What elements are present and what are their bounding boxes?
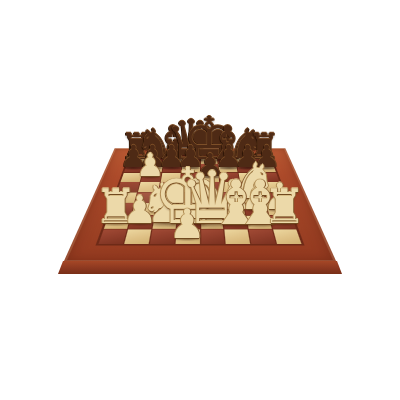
board-front-edge (0, 261, 400, 277)
product-photo-scene: ♜♞♝♛♚♝♞♜♟♟♟♟♟♟♟♟♟♞♟♟♟♟♜♟♞♚♛♝♝♜♟ (0, 0, 400, 400)
piece-light-rook-h2: ♜ (263, 183, 306, 231)
piece-light-pawn-d1: ♟ (169, 203, 205, 244)
